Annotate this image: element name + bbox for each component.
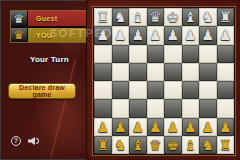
speaker-icon[interactable]	[28, 136, 41, 146]
silver-pawn: ♟	[114, 28, 127, 42]
square-a5[interactable]	[94, 63, 112, 81]
square-d2[interactable]: ♟	[147, 118, 165, 136]
square-f2[interactable]: ♟	[182, 118, 200, 136]
square-h7[interactable]: ♟	[217, 26, 235, 44]
square-e8[interactable]: ♚	[164, 8, 182, 26]
gold-pawn: ♟	[219, 120, 232, 134]
square-a1[interactable]: ♜	[94, 136, 112, 154]
square-g5[interactable]	[199, 63, 217, 81]
gold-rook: ♜	[96, 138, 109, 152]
gold-pawn: ♟	[166, 120, 179, 134]
gold-king: ♚	[166, 138, 179, 152]
silver-bishop: ♝	[184, 10, 197, 24]
square-h8[interactable]: ♜	[217, 8, 235, 26]
turn-status-label: Your Turn	[30, 55, 69, 64]
gold-queen-icon: ♛	[11, 28, 28, 42]
player-name-guest: Guest	[28, 11, 87, 26]
silver-pawn: ♟	[149, 28, 162, 42]
square-c6[interactable]	[129, 45, 147, 63]
square-f5[interactable]	[182, 63, 200, 81]
square-f1[interactable]: ♝	[182, 136, 200, 154]
square-a3[interactable]	[94, 99, 112, 117]
silver-pawn: ♟	[166, 28, 179, 42]
silver-knight: ♞	[114, 10, 127, 24]
square-g7[interactable]: ♟	[199, 26, 217, 44]
square-f7[interactable]: ♟	[182, 26, 200, 44]
square-g4[interactable]	[199, 81, 217, 99]
square-b5[interactable]	[112, 63, 130, 81]
square-e1[interactable]: ♚	[164, 136, 182, 154]
square-h1[interactable]: ♜	[217, 136, 235, 154]
square-h4[interactable]	[217, 81, 235, 99]
gold-bishop: ♝	[184, 138, 197, 152]
square-d7[interactable]: ♟	[147, 26, 165, 44]
gold-knight: ♞	[114, 138, 127, 152]
square-a4[interactable]	[94, 81, 112, 99]
square-c1[interactable]: ♝	[129, 136, 147, 154]
square-d4[interactable]	[147, 81, 165, 99]
square-g2[interactable]: ♟	[199, 118, 217, 136]
silver-pawn: ♟	[96, 28, 109, 42]
square-b1[interactable]: ♞	[112, 136, 130, 154]
square-e4[interactable]	[164, 81, 182, 99]
square-b2[interactable]: ♟	[112, 118, 130, 136]
gold-pawn: ♟	[96, 120, 109, 134]
square-c2[interactable]: ♟	[129, 118, 147, 136]
square-e7[interactable]: ♟	[164, 26, 182, 44]
square-h3[interactable]	[217, 99, 235, 117]
gold-pawn: ♟	[131, 120, 144, 134]
silver-knight: ♞	[201, 10, 214, 24]
silver-pawn: ♟	[201, 28, 214, 42]
square-e5[interactable]	[164, 63, 182, 81]
silver-rook: ♜	[96, 10, 109, 24]
chess-game-window: ♛ Guest ♛ YOU Your Turn Declare draw gam…	[0, 0, 240, 160]
chess-board: ♜♞♝♛♚♝♞♜♟♟♟♟♟♟♟♟♟♟♟♟♟♟♟♟♜♞♝♛♚♝♞♜	[94, 8, 234, 154]
square-c4[interactable]	[129, 81, 147, 99]
square-f4[interactable]	[182, 81, 200, 99]
gold-pawn: ♟	[114, 120, 127, 134]
square-d3[interactable]	[147, 99, 165, 117]
square-h6[interactable]	[217, 45, 235, 63]
square-g3[interactable]	[199, 99, 217, 117]
square-c8[interactable]: ♝	[129, 8, 147, 26]
gold-knight: ♞	[201, 138, 214, 152]
declare-draw-button[interactable]: Declare draw game	[8, 83, 76, 99]
silver-queen: ♛	[149, 10, 162, 24]
square-h2[interactable]: ♟	[217, 118, 235, 136]
gold-rook: ♜	[219, 138, 232, 152]
speaker-cone	[28, 137, 35, 145]
silver-pawn: ♟	[219, 28, 232, 42]
square-f8[interactable]: ♝	[182, 8, 200, 26]
square-c3[interactable]	[129, 99, 147, 117]
player-row-guest: ♛ Guest	[11, 11, 87, 26]
square-f6[interactable]	[182, 45, 200, 63]
silver-rook: ♜	[219, 10, 232, 24]
player-panel: ♛ Guest ♛ YOU	[10, 10, 88, 43]
square-d1[interactable]: ♛	[147, 136, 165, 154]
silver-king: ♚	[166, 10, 179, 24]
speaker-wave	[36, 138, 39, 144]
square-e2[interactable]: ♟	[164, 118, 182, 136]
silver-queen-glyph: ♛	[14, 13, 25, 25]
help-icon[interactable]: ?	[11, 136, 21, 146]
square-b4[interactable]	[112, 81, 130, 99]
player-name-you: YOU	[28, 28, 87, 42]
square-d8[interactable]: ♛	[147, 8, 165, 26]
square-b6[interactable]	[112, 45, 130, 63]
square-a2[interactable]: ♟	[94, 118, 112, 136]
square-b7[interactable]: ♟	[112, 26, 130, 44]
square-e6[interactable]	[164, 45, 182, 63]
gold-pawn: ♟	[149, 120, 162, 134]
square-d6[interactable]	[147, 45, 165, 63]
square-g1[interactable]: ♞	[199, 136, 217, 154]
gold-pawn: ♟	[184, 120, 197, 134]
square-a8[interactable]: ♜	[94, 8, 112, 26]
gold-bishop: ♝	[131, 138, 144, 152]
square-b3[interactable]	[112, 99, 130, 117]
board-wood-frame: ♜♞♝♛♚♝♞♜♟♟♟♟♟♟♟♟♟♟♟♟♟♟♟♟♜♞♝♛♚♝♞♜	[86, 0, 240, 160]
square-a6[interactable]	[94, 45, 112, 63]
square-b8[interactable]: ♞	[112, 8, 130, 26]
square-d5[interactable]	[147, 63, 165, 81]
square-g8[interactable]: ♞	[199, 8, 217, 26]
square-e3[interactable]	[164, 99, 182, 117]
square-c7[interactable]: ♟	[129, 26, 147, 44]
gold-queen-glyph: ♛	[14, 29, 25, 41]
gold-pawn: ♟	[201, 120, 214, 134]
gold-queen: ♛	[149, 138, 162, 152]
leaf-stem-ornament	[50, 59, 77, 158]
silver-pawn: ♟	[131, 28, 144, 42]
silver-bishop: ♝	[131, 10, 144, 24]
square-h5[interactable]	[217, 63, 235, 81]
silver-pawn: ♟	[184, 28, 197, 42]
square-c5[interactable]	[129, 63, 147, 81]
square-a7[interactable]: ♟	[94, 26, 112, 44]
square-g6[interactable]	[199, 45, 217, 63]
square-f3[interactable]	[182, 99, 200, 117]
silver-queen-icon: ♛	[11, 11, 28, 26]
player-row-you: ♛ YOU	[11, 27, 87, 42]
